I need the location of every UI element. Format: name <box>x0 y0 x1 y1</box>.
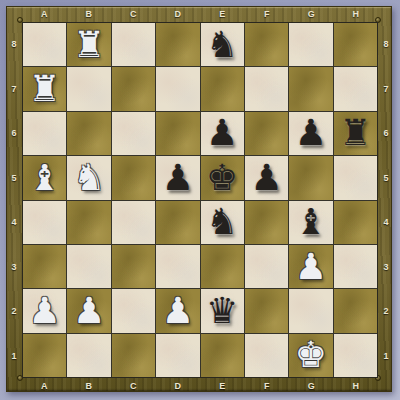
square-f1[interactable] <box>245 334 288 377</box>
square-a6[interactable] <box>23 112 66 155</box>
coordinate-label: B <box>67 378 112 394</box>
coordinate-label: 4 <box>6 200 22 245</box>
square-e8[interactable]: ♞ <box>201 23 244 66</box>
square-c2[interactable] <box>112 289 155 332</box>
square-e3[interactable] <box>201 245 244 288</box>
coordinate-label: E <box>200 378 245 394</box>
square-b4[interactable] <box>67 201 110 244</box>
coordinate-label: G <box>289 378 334 394</box>
square-d6[interactable] <box>156 112 199 155</box>
chess-app: ABCDEFGH ABCDEFGH 87654321 87654321 ♜♞♜♟… <box>0 0 400 400</box>
square-h5[interactable] <box>334 156 377 199</box>
square-a2[interactable]: ♟ <box>23 289 66 332</box>
square-e5[interactable]: ♚ <box>201 156 244 199</box>
coordinate-label: 1 <box>6 334 22 379</box>
square-b2[interactable]: ♟ <box>67 289 110 332</box>
square-d5[interactable]: ♟ <box>156 156 199 199</box>
white-pawn[interactable]: ♟ <box>73 293 105 329</box>
square-e2[interactable]: ♛ <box>201 289 244 332</box>
black-king[interactable]: ♚ <box>206 160 238 196</box>
square-f5[interactable]: ♟ <box>245 156 288 199</box>
square-a1[interactable] <box>23 334 66 377</box>
coordinate-label: 6 <box>378 111 394 156</box>
square-h8[interactable] <box>334 23 377 66</box>
coordinate-label: C <box>111 6 156 22</box>
white-pawn[interactable]: ♟ <box>162 293 194 329</box>
coordinate-label: 8 <box>6 22 22 67</box>
square-d8[interactable] <box>156 23 199 66</box>
coordinate-label: 8 <box>378 22 394 67</box>
coordinate-label: F <box>245 378 290 394</box>
coordinate-label: 3 <box>378 245 394 290</box>
square-d1[interactable] <box>156 334 199 377</box>
square-h1[interactable] <box>334 334 377 377</box>
coordinate-label: E <box>200 6 245 22</box>
square-a5[interactable]: ♝ <box>23 156 66 199</box>
coordinate-label: G <box>289 6 334 22</box>
square-g5[interactable] <box>289 156 332 199</box>
coordinate-label: D <box>156 6 201 22</box>
chess-board: ♜♞♜♟♟♜♝♞♟♚♟♞♝♟♟♟♟♛♚ <box>22 22 378 378</box>
square-g4[interactable]: ♝ <box>289 201 332 244</box>
coordinate-label: F <box>245 6 290 22</box>
coordinate-label: 2 <box>6 289 22 334</box>
coordinate-label: H <box>334 6 379 22</box>
black-knight[interactable]: ♞ <box>206 204 238 240</box>
square-f2[interactable] <box>245 289 288 332</box>
rank-labels-right: 87654321 <box>378 22 394 378</box>
square-c3[interactable] <box>112 245 155 288</box>
coordinate-label: 3 <box>6 245 22 290</box>
square-g3[interactable]: ♟ <box>289 245 332 288</box>
white-pawn[interactable]: ♟ <box>29 293 61 329</box>
coordinate-label: C <box>111 378 156 394</box>
square-b3[interactable] <box>67 245 110 288</box>
coordinate-label: B <box>67 6 112 22</box>
coordinate-label: 5 <box>6 156 22 201</box>
black-pawn[interactable]: ♟ <box>162 160 194 196</box>
square-h6[interactable]: ♜ <box>334 112 377 155</box>
file-labels-bottom: ABCDEFGH <box>22 378 378 394</box>
square-d3[interactable] <box>156 245 199 288</box>
square-a8[interactable] <box>23 23 66 66</box>
square-d2[interactable]: ♟ <box>156 289 199 332</box>
square-c5[interactable] <box>112 156 155 199</box>
square-h7[interactable] <box>334 67 377 110</box>
coordinate-label: 4 <box>378 200 394 245</box>
coordinate-label: 6 <box>6 111 22 156</box>
square-h2[interactable] <box>334 289 377 332</box>
square-g6[interactable]: ♟ <box>289 112 332 155</box>
square-a3[interactable] <box>23 245 66 288</box>
coordinate-label: 5 <box>378 156 394 201</box>
coordinate-label: A <box>22 378 67 394</box>
square-f6[interactable] <box>245 112 288 155</box>
square-f7[interactable] <box>245 67 288 110</box>
square-d7[interactable] <box>156 67 199 110</box>
square-b6[interactable] <box>67 112 110 155</box>
rank-labels-left: 87654321 <box>6 22 22 378</box>
white-rook[interactable]: ♜ <box>29 71 61 107</box>
square-g7[interactable] <box>289 67 332 110</box>
square-h4[interactable] <box>334 201 377 244</box>
black-bishop[interactable]: ♝ <box>295 204 327 240</box>
black-knight[interactable]: ♞ <box>206 27 238 63</box>
square-a4[interactable] <box>23 201 66 244</box>
square-e6[interactable]: ♟ <box>201 112 244 155</box>
square-e7[interactable] <box>201 67 244 110</box>
coordinate-label: A <box>22 6 67 22</box>
square-g1[interactable]: ♚ <box>289 334 332 377</box>
square-f3[interactable] <box>245 245 288 288</box>
square-f4[interactable] <box>245 201 288 244</box>
black-rook[interactable]: ♜ <box>339 115 371 151</box>
square-a7[interactable]: ♜ <box>23 67 66 110</box>
coordinate-label: 7 <box>378 67 394 112</box>
square-h3[interactable] <box>334 245 377 288</box>
square-b5[interactable]: ♞ <box>67 156 110 199</box>
square-g2[interactable] <box>289 289 332 332</box>
black-pawn[interactable]: ♟ <box>206 115 238 151</box>
black-queen[interactable]: ♛ <box>206 293 238 329</box>
coordinate-label: H <box>334 378 379 394</box>
white-pawn[interactable]: ♟ <box>295 249 327 285</box>
white-rook[interactable]: ♜ <box>73 27 105 63</box>
coordinate-label: 2 <box>378 289 394 334</box>
black-pawn[interactable]: ♟ <box>250 160 282 196</box>
black-pawn[interactable]: ♟ <box>295 115 327 151</box>
square-b8[interactable]: ♜ <box>67 23 110 66</box>
square-c4[interactable] <box>112 201 155 244</box>
white-bishop[interactable]: ♝ <box>29 160 61 196</box>
white-knight[interactable]: ♞ <box>73 160 105 196</box>
file-labels-top: ABCDEFGH <box>22 6 378 22</box>
square-f8[interactable] <box>245 23 288 66</box>
coordinate-label: 1 <box>378 334 394 379</box>
square-e4[interactable]: ♞ <box>201 201 244 244</box>
square-e1[interactable] <box>201 334 244 377</box>
square-c7[interactable] <box>112 67 155 110</box>
coordinate-label: 7 <box>6 67 22 112</box>
square-c6[interactable] <box>112 112 155 155</box>
square-b7[interactable] <box>67 67 110 110</box>
coordinate-label: D <box>156 378 201 394</box>
square-d4[interactable] <box>156 201 199 244</box>
square-c8[interactable] <box>112 23 155 66</box>
square-b1[interactable] <box>67 334 110 377</box>
square-g8[interactable] <box>289 23 332 66</box>
square-c1[interactable] <box>112 334 155 377</box>
white-king[interactable]: ♚ <box>295 337 327 373</box>
